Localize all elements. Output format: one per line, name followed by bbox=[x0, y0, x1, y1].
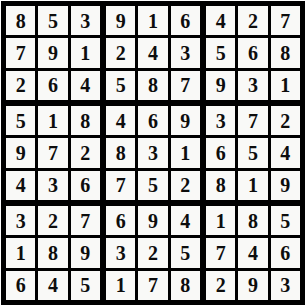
cell-r3c5[interactable]: 8 bbox=[138, 71, 167, 100]
cell-r8c2[interactable]: 8 bbox=[38, 238, 67, 267]
cell-r4c1[interactable]: 5 bbox=[6, 106, 35, 135]
cell-r5c7[interactable]: 6 bbox=[206, 138, 235, 167]
cell-r2c2[interactable]: 9 bbox=[38, 38, 67, 67]
cell-r6c5[interactable]: 5 bbox=[138, 171, 167, 200]
cell-r6c4[interactable]: 7 bbox=[106, 171, 135, 200]
sudoku-box-6: 372654819 bbox=[206, 106, 300, 200]
cell-r9c3[interactable]: 5 bbox=[71, 271, 100, 300]
cell-r7c9[interactable]: 5 bbox=[271, 206, 300, 235]
sudoku-box-3: 427568931 bbox=[206, 6, 300, 100]
cell-r1c3[interactable]: 3 bbox=[71, 6, 100, 35]
cell-r2c4[interactable]: 2 bbox=[106, 38, 135, 67]
cell-r7c1[interactable]: 3 bbox=[6, 206, 35, 235]
cell-r2c1[interactable]: 7 bbox=[6, 38, 35, 67]
cell-r7c4[interactable]: 6 bbox=[106, 206, 135, 235]
cell-r2c9[interactable]: 8 bbox=[271, 38, 300, 67]
sudoku-box-8: 694325178 bbox=[106, 206, 200, 300]
cell-r9c5[interactable]: 7 bbox=[138, 271, 167, 300]
cell-r5c4[interactable]: 8 bbox=[106, 138, 135, 167]
cell-r4c7[interactable]: 3 bbox=[206, 106, 235, 135]
cell-r7c8[interactable]: 8 bbox=[238, 206, 267, 235]
cell-r7c7[interactable]: 1 bbox=[206, 206, 235, 235]
sudoku-box-4: 518972436 bbox=[6, 106, 100, 200]
cell-r4c6[interactable]: 9 bbox=[171, 106, 200, 135]
cell-r2c5[interactable]: 4 bbox=[138, 38, 167, 67]
cell-r6c1[interactable]: 4 bbox=[6, 171, 35, 200]
cell-r1c9[interactable]: 7 bbox=[271, 6, 300, 35]
cell-r8c8[interactable]: 4 bbox=[238, 238, 267, 267]
cell-r8c4[interactable]: 3 bbox=[106, 238, 135, 267]
cell-r6c6[interactable]: 2 bbox=[171, 171, 200, 200]
cell-r7c5[interactable]: 9 bbox=[138, 206, 167, 235]
cell-r8c9[interactable]: 6 bbox=[271, 238, 300, 267]
cell-r1c8[interactable]: 2 bbox=[238, 6, 267, 35]
cell-r8c6[interactable]: 5 bbox=[171, 238, 200, 267]
sudoku-box-5: 469831752 bbox=[106, 106, 200, 200]
cell-r6c2[interactable]: 3 bbox=[38, 171, 67, 200]
cell-r2c3[interactable]: 1 bbox=[71, 38, 100, 67]
cell-r6c9[interactable]: 9 bbox=[271, 171, 300, 200]
cell-r7c3[interactable]: 7 bbox=[71, 206, 100, 235]
cell-r2c8[interactable]: 6 bbox=[238, 38, 267, 67]
cell-r1c1[interactable]: 8 bbox=[6, 6, 35, 35]
cell-r3c4[interactable]: 5 bbox=[106, 71, 135, 100]
cell-r4c4[interactable]: 4 bbox=[106, 106, 135, 135]
cell-r1c5[interactable]: 1 bbox=[138, 6, 167, 35]
cell-r3c6[interactable]: 7 bbox=[171, 71, 200, 100]
cell-r5c6[interactable]: 1 bbox=[171, 138, 200, 167]
cell-r9c1[interactable]: 6 bbox=[6, 271, 35, 300]
cell-r5c1[interactable]: 9 bbox=[6, 138, 35, 167]
cell-r8c5[interactable]: 2 bbox=[138, 238, 167, 267]
cell-r4c5[interactable]: 6 bbox=[138, 106, 167, 135]
cell-r9c4[interactable]: 1 bbox=[106, 271, 135, 300]
cell-r9c8[interactable]: 9 bbox=[238, 271, 267, 300]
sudoku-box-7: 327189645 bbox=[6, 206, 100, 300]
cell-r1c4[interactable]: 9 bbox=[106, 6, 135, 35]
cell-r3c9[interactable]: 1 bbox=[271, 71, 300, 100]
cell-r8c7[interactable]: 7 bbox=[206, 238, 235, 267]
cell-r5c8[interactable]: 5 bbox=[238, 138, 267, 167]
cell-r1c7[interactable]: 4 bbox=[206, 6, 235, 35]
cell-r3c2[interactable]: 6 bbox=[38, 71, 67, 100]
cell-r2c6[interactable]: 3 bbox=[171, 38, 200, 67]
cell-r2c7[interactable]: 5 bbox=[206, 38, 235, 67]
cell-r4c3[interactable]: 8 bbox=[71, 106, 100, 135]
cell-r9c7[interactable]: 2 bbox=[206, 271, 235, 300]
cell-r6c8[interactable]: 1 bbox=[238, 171, 267, 200]
cell-r8c1[interactable]: 1 bbox=[6, 238, 35, 267]
cell-r5c5[interactable]: 3 bbox=[138, 138, 167, 167]
cell-r4c9[interactable]: 2 bbox=[271, 106, 300, 135]
sudoku-box-1: 853791264 bbox=[6, 6, 100, 100]
cell-r9c2[interactable]: 4 bbox=[38, 271, 67, 300]
cell-r7c2[interactable]: 2 bbox=[38, 206, 67, 235]
cell-r4c8[interactable]: 7 bbox=[238, 106, 267, 135]
sudoku-board: 8537912649162435874275689315189724364698… bbox=[1, 1, 305, 305]
cell-r6c7[interactable]: 8 bbox=[206, 171, 235, 200]
cell-r7c6[interactable]: 4 bbox=[171, 206, 200, 235]
cell-r1c2[interactable]: 5 bbox=[38, 6, 67, 35]
cell-r4c2[interactable]: 1 bbox=[38, 106, 67, 135]
sudoku-box-2: 916243587 bbox=[106, 6, 200, 100]
cell-r5c3[interactable]: 2 bbox=[71, 138, 100, 167]
cell-r3c8[interactable]: 3 bbox=[238, 71, 267, 100]
cell-r1c6[interactable]: 6 bbox=[171, 6, 200, 35]
cell-r9c9[interactable]: 3 bbox=[271, 271, 300, 300]
cell-r5c2[interactable]: 7 bbox=[38, 138, 67, 167]
cell-r9c6[interactable]: 8 bbox=[171, 271, 200, 300]
cell-r3c1[interactable]: 2 bbox=[6, 71, 35, 100]
cell-r3c7[interactable]: 9 bbox=[206, 71, 235, 100]
cell-r5c9[interactable]: 4 bbox=[271, 138, 300, 167]
cell-r8c3[interactable]: 9 bbox=[71, 238, 100, 267]
sudoku-box-9: 185746293 bbox=[206, 206, 300, 300]
cell-r3c3[interactable]: 4 bbox=[71, 71, 100, 100]
cell-r6c3[interactable]: 6 bbox=[71, 171, 100, 200]
